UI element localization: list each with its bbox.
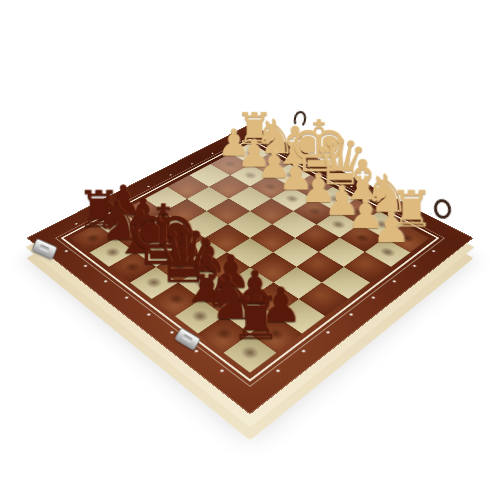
- board-surface: ♜♞♝♛♚♝♞♜♟♟♟♟♟♟♟♟♟♟♟♟♟♟♟♟♜♞♝♛♚♝♞♜: [27, 124, 474, 414]
- piece-white-pawn[interactable]: ♟: [346, 206, 438, 249]
- scene-3d: ♜♞♝♛♚♝♞♜♟♟♟♟♟♟♟♟♟♟♟♟♟♟♟♟♜♞♝♛♚♝♞♜: [0, 0, 500, 500]
- piece-black-rook[interactable]: ♜: [203, 289, 309, 348]
- chess-board: ♜♞♝♛♚♝♞♜♟♟♟♟♟♟♟♟♟♟♟♟♟♟♟♟♜♞♝♛♚♝♞♜: [27, 124, 474, 414]
- product-photo: ♜♞♝♛♚♝♞♜♟♟♟♟♟♟♟♟♟♟♟♟♟♟♟♟♜♞♝♛♚♝♞♜: [0, 0, 500, 500]
